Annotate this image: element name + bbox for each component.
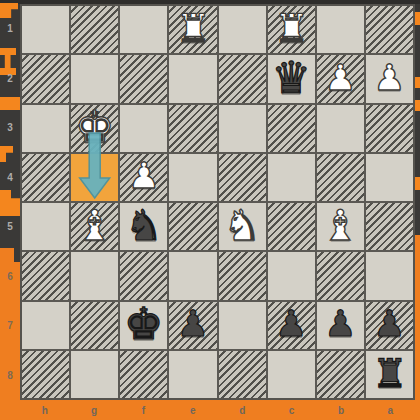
square-d1[interactable]: [219, 6, 266, 53]
square-h7[interactable]: [22, 302, 69, 349]
orange-tab-decor: [415, 177, 420, 190]
rank-label-8: 8: [0, 351, 20, 401]
square-b3[interactable]: [317, 105, 364, 152]
square-h1[interactable]: [22, 6, 69, 53]
white-rook-c1[interactable]: ♜: [274, 9, 309, 48]
square-b6[interactable]: [317, 252, 364, 299]
square-c2[interactable]: ♛: [268, 55, 315, 102]
square-h6[interactable]: [22, 252, 69, 299]
square-e2[interactable]: [169, 55, 216, 102]
white-bishop-g5[interactable]: ♝: [76, 205, 114, 247]
rank-label-4: 4: [0, 153, 20, 203]
file-label-f: f: [119, 400, 168, 420]
square-f3[interactable]: [120, 105, 167, 152]
white-rook-e1[interactable]: ♜: [175, 9, 210, 48]
square-b5[interactable]: ♝: [317, 203, 364, 250]
square-a6[interactable]: [366, 252, 413, 299]
file-label-g: g: [69, 400, 118, 420]
square-d8[interactable]: [219, 351, 266, 398]
right-dark-panel: [415, 4, 420, 235]
square-e1[interactable]: ♜: [169, 6, 216, 53]
square-g7[interactable]: [71, 302, 118, 349]
square-c5[interactable]: [268, 203, 315, 250]
square-a2[interactable]: ♟: [366, 55, 413, 102]
orange-tab-decor: [415, 100, 420, 111]
black-king-f7[interactable]: ♚: [124, 302, 163, 346]
white-bishop-b5[interactable]: ♝: [321, 205, 359, 247]
file-labels: hgfedcba: [20, 400, 415, 420]
file-label-d: d: [218, 400, 267, 420]
white-king-g3[interactable]: ♚: [75, 105, 114, 149]
square-c8[interactable]: [268, 351, 315, 398]
rank-label-1: 1: [0, 4, 20, 54]
white-pawn-f4[interactable]: ♟: [128, 158, 160, 194]
square-d3[interactable]: [219, 105, 266, 152]
white-pawn-b2[interactable]: ♟: [324, 60, 356, 96]
square-h2[interactable]: [22, 55, 69, 102]
black-pawn-e7[interactable]: ♟: [177, 306, 209, 342]
file-label-b: b: [316, 400, 365, 420]
square-e5[interactable]: [169, 203, 216, 250]
chess-app: { "game": "chess", "position": { "fen": …: [0, 0, 420, 420]
rank-label-7: 7: [0, 301, 20, 351]
rank-labels: 12345678: [0, 4, 20, 400]
rank-label-6: 6: [0, 252, 20, 302]
file-label-h: h: [20, 400, 69, 420]
square-h3[interactable]: [22, 105, 69, 152]
square-d5[interactable]: ♞: [219, 203, 266, 250]
square-h8[interactable]: [22, 351, 69, 398]
square-a1[interactable]: [366, 6, 413, 53]
black-pawn-a7[interactable]: ♟: [373, 306, 405, 342]
black-pawn-b7[interactable]: ♟: [324, 306, 356, 342]
file-label-a: a: [366, 400, 415, 420]
square-e4[interactable]: [169, 154, 216, 201]
square-d4[interactable]: [219, 154, 266, 201]
square-h4[interactable]: [22, 154, 69, 201]
black-knight-f5[interactable]: ♞: [125, 205, 163, 247]
square-f1[interactable]: [120, 6, 167, 53]
square-g2[interactable]: [71, 55, 118, 102]
square-f4[interactable]: ♟: [120, 154, 167, 201]
square-d6[interactable]: [219, 252, 266, 299]
square-a3[interactable]: [366, 105, 413, 152]
square-c6[interactable]: [268, 252, 315, 299]
black-rook-a8[interactable]: ♜: [372, 354, 407, 393]
square-e3[interactable]: [169, 105, 216, 152]
square-f2[interactable]: [120, 55, 167, 102]
square-d2[interactable]: [219, 55, 266, 102]
square-a5[interactable]: [366, 203, 413, 250]
square-b2[interactable]: ♟: [317, 55, 364, 102]
file-label-c: c: [267, 400, 316, 420]
square-g3[interactable]: ♚: [71, 105, 118, 152]
square-b8[interactable]: [317, 351, 364, 398]
square-e7[interactable]: ♟: [169, 302, 216, 349]
square-a7[interactable]: ♟: [366, 302, 413, 349]
square-f7[interactable]: ♚: [120, 302, 167, 349]
black-pawn-c7[interactable]: ♟: [275, 306, 307, 342]
square-b1[interactable]: [317, 6, 364, 53]
square-e6[interactable]: [169, 252, 216, 299]
square-g5[interactable]: ♝: [71, 203, 118, 250]
rank-label-3: 3: [0, 103, 20, 153]
square-e8[interactable]: [169, 351, 216, 398]
square-f8[interactable]: [120, 351, 167, 398]
square-g8[interactable]: [71, 351, 118, 398]
square-b7[interactable]: ♟: [317, 302, 364, 349]
square-g4[interactable]: [71, 154, 118, 201]
square-f5[interactable]: ♞: [120, 203, 167, 250]
square-a8[interactable]: ♜: [366, 351, 413, 398]
black-queen-c2[interactable]: ♛: [271, 56, 310, 100]
square-c7[interactable]: ♟: [268, 302, 315, 349]
square-g6[interactable]: [71, 252, 118, 299]
square-h5[interactable]: [22, 203, 69, 250]
square-c4[interactable]: [268, 154, 315, 201]
orange-tab-decor: [415, 12, 420, 25]
orange-tab-decor: [415, 77, 420, 88]
white-knight-d5[interactable]: ♞: [223, 205, 261, 247]
rank-label-2: 2: [0, 54, 20, 104]
chess-board: ♜♜♛♟♟♚♟♝♞♞♝♚♟♟♟♟♜: [20, 4, 415, 400]
square-f6[interactable]: [120, 252, 167, 299]
square-a4[interactable]: [366, 154, 413, 201]
white-pawn-a2[interactable]: ♟: [373, 60, 405, 96]
square-c3[interactable]: [268, 105, 315, 152]
file-label-e: e: [168, 400, 217, 420]
square-b4[interactable]: [317, 154, 364, 201]
square-c1[interactable]: ♜: [268, 6, 315, 53]
square-g1[interactable]: [71, 6, 118, 53]
square-d7[interactable]: [219, 302, 266, 349]
rank-label-5: 5: [0, 202, 20, 252]
